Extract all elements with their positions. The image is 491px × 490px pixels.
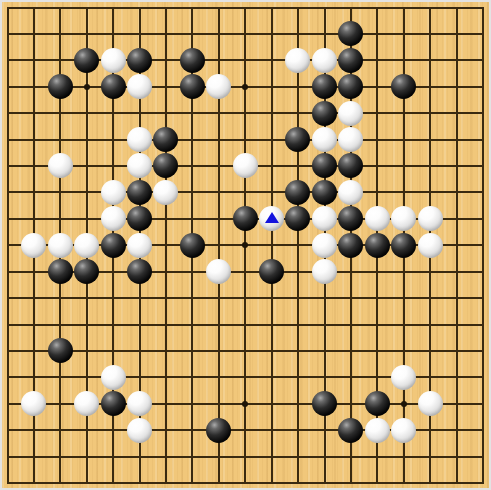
black-stone[interactable] <box>48 74 73 99</box>
white-stone[interactable] <box>285 48 310 73</box>
white-stone[interactable] <box>418 391 443 416</box>
white-stone[interactable] <box>127 391 152 416</box>
black-stone[interactable] <box>312 74 337 99</box>
white-stone[interactable] <box>101 180 126 205</box>
black-stone[interactable] <box>338 206 363 231</box>
black-stone[interactable] <box>48 259 73 284</box>
white-stone[interactable] <box>338 127 363 152</box>
white-stone[interactable] <box>127 74 152 99</box>
black-stone[interactable] <box>338 48 363 73</box>
black-stone[interactable] <box>338 418 363 443</box>
black-stone[interactable] <box>365 233 390 258</box>
white-stone[interactable] <box>312 48 337 73</box>
last-move-triangle-marker <box>265 212 279 223</box>
black-stone[interactable] <box>101 233 126 258</box>
black-stone[interactable] <box>391 233 416 258</box>
black-stone[interactable] <box>312 180 337 205</box>
white-stone[interactable] <box>418 233 443 258</box>
white-stone[interactable] <box>391 418 416 443</box>
white-stone[interactable] <box>21 391 46 416</box>
white-stone[interactable] <box>418 206 443 231</box>
black-stone[interactable] <box>206 418 231 443</box>
black-stone[interactable] <box>312 391 337 416</box>
white-stone[interactable] <box>206 259 231 284</box>
white-stone[interactable] <box>21 233 46 258</box>
black-stone[interactable] <box>233 206 258 231</box>
white-stone[interactable] <box>312 233 337 258</box>
black-stone[interactable] <box>180 233 205 258</box>
white-stone[interactable] <box>259 206 284 231</box>
white-stone[interactable] <box>127 418 152 443</box>
white-stone[interactable] <box>206 74 231 99</box>
white-stone[interactable] <box>391 365 416 390</box>
black-stone[interactable] <box>101 74 126 99</box>
white-stone[interactable] <box>101 48 126 73</box>
white-stone[interactable] <box>338 180 363 205</box>
black-stone[interactable] <box>101 391 126 416</box>
black-stone[interactable] <box>74 259 99 284</box>
white-stone[interactable] <box>74 233 99 258</box>
white-stone[interactable] <box>233 153 258 178</box>
white-stone[interactable] <box>127 153 152 178</box>
black-stone[interactable] <box>153 153 178 178</box>
white-stone[interactable] <box>48 233 73 258</box>
white-stone[interactable] <box>338 101 363 126</box>
board-grid[interactable] <box>2 2 489 488</box>
white-stone[interactable] <box>74 391 99 416</box>
black-stone[interactable] <box>153 127 178 152</box>
black-stone[interactable] <box>365 391 390 416</box>
black-stone[interactable] <box>391 74 416 99</box>
black-stone[interactable] <box>74 48 99 73</box>
white-stone[interactable] <box>101 365 126 390</box>
black-stone[interactable] <box>48 338 73 363</box>
white-stone[interactable] <box>153 180 178 205</box>
black-stone[interactable] <box>338 153 363 178</box>
black-stone[interactable] <box>180 48 205 73</box>
black-stone[interactable] <box>338 233 363 258</box>
black-stone[interactable] <box>127 259 152 284</box>
white-stone[interactable] <box>48 153 73 178</box>
white-stone[interactable] <box>312 259 337 284</box>
black-stone[interactable] <box>285 180 310 205</box>
black-stone[interactable] <box>259 259 284 284</box>
white-stone[interactable] <box>127 233 152 258</box>
stones-layer <box>0 0 491 490</box>
black-stone[interactable] <box>180 74 205 99</box>
white-stone[interactable] <box>312 127 337 152</box>
black-stone[interactable] <box>285 206 310 231</box>
white-stone[interactable] <box>365 206 390 231</box>
white-stone[interactable] <box>101 206 126 231</box>
black-stone[interactable] <box>312 101 337 126</box>
black-stone[interactable] <box>285 127 310 152</box>
white-stone[interactable] <box>391 206 416 231</box>
go-board <box>0 0 491 490</box>
black-stone[interactable] <box>312 153 337 178</box>
white-stone[interactable] <box>365 418 390 443</box>
white-stone[interactable] <box>312 206 337 231</box>
black-stone[interactable] <box>127 48 152 73</box>
white-stone[interactable] <box>127 127 152 152</box>
black-stone[interactable] <box>338 74 363 99</box>
black-stone[interactable] <box>127 180 152 205</box>
black-stone[interactable] <box>338 21 363 46</box>
black-stone[interactable] <box>127 206 152 231</box>
